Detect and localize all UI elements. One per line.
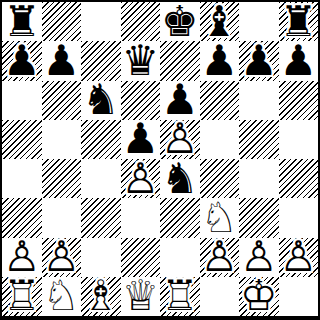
square-e1[interactable]: ♜♖ <box>160 277 200 316</box>
white-knight-glyph: ♘ <box>42 277 82 316</box>
square-c5[interactable] <box>81 120 121 159</box>
white-king-glyph: ♔ <box>239 277 279 316</box>
square-e3[interactable] <box>160 198 200 237</box>
square-f7[interactable]: ♟♟ <box>200 41 240 80</box>
square-b1[interactable]: ♞♘ <box>42 277 82 316</box>
square-c8[interactable] <box>81 2 121 41</box>
square-c6[interactable]: ♞♞ <box>81 81 121 120</box>
piece-black-pawn[interactable]: ♟♟ <box>200 41 240 80</box>
piece-white-rook[interactable]: ♜♖ <box>160 277 200 316</box>
white-bishop-glyph: ♗ <box>81 277 121 316</box>
black-knight-glyph: ♞ <box>81 81 121 120</box>
chess-board: ♜♜♚♚♝♝♜♜♟♟♟♟♛♛♟♟♟♟♟♟♞♞♟♟♟♟♟♙♟♙♞♞♞♘♟♙♟♙♟♙… <box>0 0 320 320</box>
square-f1[interactable] <box>200 277 240 316</box>
square-c1[interactable]: ♝♗ <box>81 277 121 316</box>
black-king-glyph: ♚ <box>160 2 200 41</box>
white-pawn-glyph: ♙ <box>279 238 319 277</box>
square-h1[interactable] <box>279 277 319 316</box>
white-pawn-glyph: ♙ <box>200 238 240 277</box>
square-b4[interactable] <box>42 159 82 198</box>
square-e4[interactable]: ♞♞ <box>160 159 200 198</box>
square-a6[interactable] <box>2 81 42 120</box>
square-a7[interactable]: ♟♟ <box>2 41 42 80</box>
square-d4[interactable]: ♟♙ <box>121 159 161 198</box>
square-g4[interactable] <box>239 159 279 198</box>
piece-black-pawn[interactable]: ♟♟ <box>42 41 82 80</box>
square-a1[interactable]: ♜♖ <box>2 277 42 316</box>
black-pawn-glyph: ♟ <box>2 41 42 80</box>
black-queen-glyph: ♛ <box>121 41 161 80</box>
square-b7[interactable]: ♟♟ <box>42 41 82 80</box>
piece-white-queen[interactable]: ♛♕ <box>121 277 161 316</box>
piece-white-rook[interactable]: ♜♖ <box>2 277 42 316</box>
black-pawn-glyph: ♟ <box>239 41 279 80</box>
square-b5[interactable] <box>42 120 82 159</box>
piece-black-pawn[interactable]: ♟♟ <box>279 41 319 80</box>
black-pawn-glyph: ♟ <box>200 41 240 80</box>
square-c4[interactable] <box>81 159 121 198</box>
piece-black-knight[interactable]: ♞♞ <box>81 81 121 120</box>
square-a4[interactable] <box>2 159 42 198</box>
square-h2[interactable]: ♟♙ <box>279 238 319 277</box>
square-c3[interactable] <box>81 198 121 237</box>
square-a5[interactable] <box>2 120 42 159</box>
piece-white-pawn[interactable]: ♟♙ <box>200 238 240 277</box>
black-pawn-glyph: ♟ <box>42 41 82 80</box>
square-d7[interactable]: ♛♛ <box>121 41 161 80</box>
piece-white-knight[interactable]: ♞♘ <box>42 277 82 316</box>
square-f6[interactable] <box>200 81 240 120</box>
piece-black-pawn[interactable]: ♟♟ <box>2 41 42 80</box>
black-pawn-glyph: ♟ <box>279 41 319 80</box>
square-g6[interactable] <box>239 81 279 120</box>
square-h4[interactable] <box>279 159 319 198</box>
square-e8[interactable]: ♚♚ <box>160 2 200 41</box>
piece-white-king[interactable]: ♚♔ <box>239 277 279 316</box>
square-f5[interactable] <box>200 120 240 159</box>
square-g5[interactable] <box>239 120 279 159</box>
square-d1[interactable]: ♛♕ <box>121 277 161 316</box>
piece-black-king[interactable]: ♚♚ <box>160 2 200 41</box>
piece-black-pawn[interactable]: ♟♟ <box>239 41 279 80</box>
square-g7[interactable]: ♟♟ <box>239 41 279 80</box>
square-b6[interactable] <box>42 81 82 120</box>
square-h5[interactable] <box>279 120 319 159</box>
piece-white-pawn[interactable]: ♟♙ <box>279 238 319 277</box>
white-queen-glyph: ♕ <box>121 277 161 316</box>
black-knight-glyph: ♞ <box>160 159 200 198</box>
square-d3[interactable] <box>121 198 161 237</box>
white-pawn-glyph: ♙ <box>121 159 161 198</box>
piece-white-pawn[interactable]: ♟♙ <box>121 159 161 198</box>
white-rook-glyph: ♖ <box>2 277 42 316</box>
square-h7[interactable]: ♟♟ <box>279 41 319 80</box>
piece-white-bishop[interactable]: ♝♗ <box>81 277 121 316</box>
square-h6[interactable] <box>279 81 319 120</box>
square-g1[interactable]: ♚♔ <box>239 277 279 316</box>
piece-black-knight[interactable]: ♞♞ <box>160 159 200 198</box>
piece-black-queen[interactable]: ♛♛ <box>121 41 161 80</box>
white-rook-glyph: ♖ <box>160 277 200 316</box>
square-f2[interactable]: ♟♙ <box>200 238 240 277</box>
